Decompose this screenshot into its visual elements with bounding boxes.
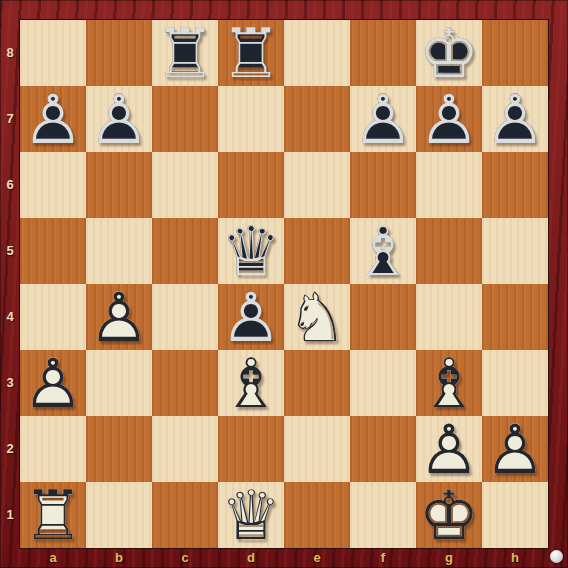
piece-white-bishop-g3[interactable]: ♝♗ [416, 350, 482, 416]
square-a2[interactable] [20, 416, 86, 482]
white-queen-outline: ♕ [218, 483, 284, 549]
square-d7[interactable] [218, 86, 284, 152]
square-a3[interactable]: ♟♙ [20, 350, 86, 416]
square-c2[interactable] [152, 416, 218, 482]
square-b5[interactable] [86, 218, 152, 284]
square-f6[interactable] [350, 152, 416, 218]
square-h6[interactable] [482, 152, 548, 218]
black-pawn-outline: ♙ [350, 87, 416, 153]
square-g6[interactable] [416, 152, 482, 218]
piece-black-king-g8[interactable]: ♚♔ [416, 20, 482, 86]
piece-black-rook-c8[interactable]: ♜♖ [152, 20, 218, 86]
piece-black-pawn-f7[interactable]: ♟♙ [350, 86, 416, 152]
file-label-e: e [284, 548, 350, 568]
square-f4[interactable] [350, 284, 416, 350]
white-bishop-outline: ♗ [218, 351, 284, 417]
square-g1[interactable]: ♚♔ [416, 482, 482, 548]
square-b4[interactable]: ♟♙ [86, 284, 152, 350]
black-rook-outline: ♖ [152, 21, 218, 87]
square-c4[interactable] [152, 284, 218, 350]
square-b6[interactable] [86, 152, 152, 218]
square-b7[interactable]: ♟♙ [86, 86, 152, 152]
square-b3[interactable] [86, 350, 152, 416]
square-f8[interactable] [350, 20, 416, 86]
square-g3[interactable]: ♝♗ [416, 350, 482, 416]
rank-label-3: 3 [0, 350, 20, 416]
square-e2[interactable] [284, 416, 350, 482]
square-h2[interactable]: ♟♙ [482, 416, 548, 482]
piece-white-pawn-h2[interactable]: ♟♙ [482, 416, 548, 482]
piece-white-bishop-d3[interactable]: ♝♗ [218, 350, 284, 416]
rank-label-8: 8 [0, 20, 20, 86]
file-label-g: g [416, 548, 482, 568]
piece-black-pawn-a7[interactable]: ♟♙ [20, 86, 86, 152]
white-bishop-outline: ♗ [416, 351, 482, 417]
piece-white-knight-e4[interactable]: ♞♘ [284, 284, 350, 350]
file-label-a: a [20, 548, 86, 568]
square-g7[interactable]: ♟♙ [416, 86, 482, 152]
piece-white-queen-d1[interactable]: ♛♕ [218, 482, 284, 548]
piece-black-bishop-f5[interactable]: ♝♗ [350, 218, 416, 284]
square-a4[interactable] [20, 284, 86, 350]
piece-white-king-g1[interactable]: ♚♔ [416, 482, 482, 548]
side-to-move-indicator [550, 550, 563, 563]
square-d1[interactable]: ♛♕ [218, 482, 284, 548]
black-pawn-outline: ♙ [482, 87, 548, 153]
square-a1[interactable]: ♜♖ [20, 482, 86, 548]
black-pawn-outline: ♙ [20, 87, 86, 153]
square-g2[interactable]: ♟♙ [416, 416, 482, 482]
white-knight-outline: ♘ [284, 285, 350, 351]
square-a5[interactable] [20, 218, 86, 284]
black-rook-outline: ♖ [218, 21, 284, 87]
piece-black-pawn-h7[interactable]: ♟♙ [482, 86, 548, 152]
square-d3[interactable]: ♝♗ [218, 350, 284, 416]
chessboard-app: ♜♖♜♖♚♔♟♙♟♙♟♙♟♙♟♙♛♕♝♗♟♙♟♙♞♘♟♙♝♗♝♗♟♙♟♙♜♖♛♕… [0, 0, 568, 568]
square-d5[interactable]: ♛♕ [218, 218, 284, 284]
square-c3[interactable] [152, 350, 218, 416]
square-c5[interactable] [152, 218, 218, 284]
rank-label-2: 2 [0, 416, 20, 482]
black-pawn-outline: ♙ [86, 87, 152, 153]
white-pawn-outline: ♙ [416, 417, 482, 483]
white-pawn-outline: ♙ [20, 351, 86, 417]
file-label-b: b [86, 548, 152, 568]
square-a6[interactable] [20, 152, 86, 218]
black-pawn-outline: ♙ [218, 285, 284, 351]
square-b2[interactable] [86, 416, 152, 482]
square-h4[interactable] [482, 284, 548, 350]
square-h3[interactable] [482, 350, 548, 416]
rank-label-6: 6 [0, 152, 20, 218]
piece-white-pawn-a3[interactable]: ♟♙ [20, 350, 86, 416]
square-f1[interactable] [350, 482, 416, 548]
square-e1[interactable] [284, 482, 350, 548]
piece-white-pawn-g2[interactable]: ♟♙ [416, 416, 482, 482]
piece-white-pawn-b4[interactable]: ♟♙ [86, 284, 152, 350]
rank-label-5: 5 [0, 218, 20, 284]
square-g5[interactable] [416, 218, 482, 284]
white-pawn-outline: ♙ [482, 417, 548, 483]
square-c6[interactable] [152, 152, 218, 218]
square-g4[interactable] [416, 284, 482, 350]
square-f7[interactable]: ♟♙ [350, 86, 416, 152]
black-pawn-outline: ♙ [416, 87, 482, 153]
square-h1[interactable] [482, 482, 548, 548]
black-queen-outline: ♕ [218, 219, 284, 285]
black-king-outline: ♔ [416, 21, 482, 87]
square-d4[interactable]: ♟♙ [218, 284, 284, 350]
piece-black-pawn-b7[interactable]: ♟♙ [86, 86, 152, 152]
square-c8[interactable]: ♜♖ [152, 20, 218, 86]
square-d8[interactable]: ♜♖ [218, 20, 284, 86]
square-h5[interactable] [482, 218, 548, 284]
square-d6[interactable] [218, 152, 284, 218]
white-pawn-outline: ♙ [86, 285, 152, 351]
piece-black-queen-d5[interactable]: ♛♕ [218, 218, 284, 284]
piece-black-rook-d8[interactable]: ♜♖ [218, 20, 284, 86]
square-g8[interactable]: ♚♔ [416, 20, 482, 86]
file-label-f: f [350, 548, 416, 568]
file-label-c: c [152, 548, 218, 568]
square-c7[interactable] [152, 86, 218, 152]
square-f2[interactable] [350, 416, 416, 482]
square-b1[interactable] [86, 482, 152, 548]
file-label-d: d [218, 548, 284, 568]
square-c1[interactable] [152, 482, 218, 548]
square-a7[interactable]: ♟♙ [20, 86, 86, 152]
piece-black-pawn-g7[interactable]: ♟♙ [416, 86, 482, 152]
square-h7[interactable]: ♟♙ [482, 86, 548, 152]
square-e4[interactable]: ♞♘ [284, 284, 350, 350]
square-b8[interactable] [86, 20, 152, 86]
rank-label-7: 7 [0, 86, 20, 152]
square-e3[interactable] [284, 350, 350, 416]
square-a8[interactable] [20, 20, 86, 86]
square-e8[interactable] [284, 20, 350, 86]
square-h8[interactable] [482, 20, 548, 86]
square-e6[interactable] [284, 152, 350, 218]
piece-black-pawn-d4[interactable]: ♟♙ [218, 284, 284, 350]
square-d2[interactable] [218, 416, 284, 482]
chess-board: ♜♖♜♖♚♔♟♙♟♙♟♙♟♙♟♙♛♕♝♗♟♙♟♙♞♘♟♙♝♗♝♗♟♙♟♙♜♖♛♕… [20, 20, 548, 548]
black-bishop-outline: ♗ [350, 219, 416, 285]
file-label-h: h [482, 548, 548, 568]
white-rook-outline: ♖ [20, 483, 86, 549]
white-king-outline: ♔ [416, 483, 482, 549]
rank-label-4: 4 [0, 284, 20, 350]
square-e7[interactable] [284, 86, 350, 152]
square-f3[interactable] [350, 350, 416, 416]
square-e5[interactable] [284, 218, 350, 284]
rank-label-1: 1 [0, 482, 20, 548]
square-f5[interactable]: ♝♗ [350, 218, 416, 284]
piece-white-rook-a1[interactable]: ♜♖ [20, 482, 86, 548]
